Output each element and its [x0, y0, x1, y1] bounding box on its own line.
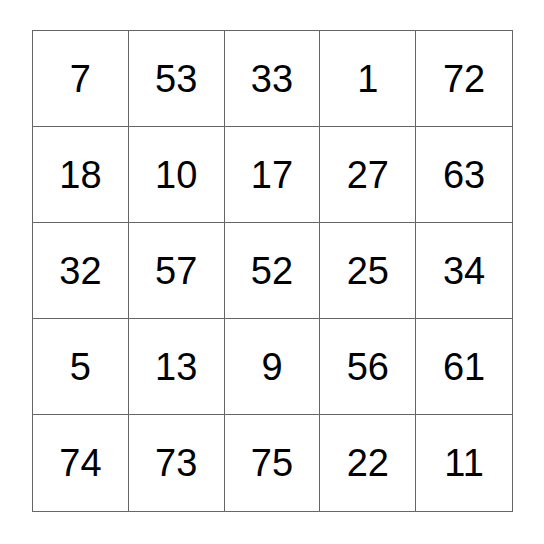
grid-cell-r4c4[interactable]: 56 — [320, 319, 416, 415]
grid-cell-r3c2[interactable]: 57 — [129, 223, 225, 319]
grid-cell-r2c1[interactable]: 18 — [33, 127, 129, 223]
grid-cell-r1c5[interactable]: 72 — [416, 31, 512, 127]
grid-cell-r1c2[interactable]: 53 — [129, 31, 225, 127]
grid-cell-r2c3[interactable]: 17 — [225, 127, 321, 223]
grid-cell-r5c1[interactable]: 74 — [33, 415, 129, 511]
grid-cell-r4c3[interactable]: 9 — [225, 319, 321, 415]
grid-cell-r1c3[interactable]: 33 — [225, 31, 321, 127]
grid-cell-r2c5[interactable]: 63 — [416, 127, 512, 223]
grid-cell-r4c1[interactable]: 5 — [33, 319, 129, 415]
grid-cell-r3c1[interactable]: 32 — [33, 223, 129, 319]
grid-cell-r4c2[interactable]: 13 — [129, 319, 225, 415]
bingo-grid: 7533317218101727633257522534513956617473… — [33, 31, 512, 511]
grid-cell-r3c5[interactable]: 34 — [416, 223, 512, 319]
grid-cell-r5c5[interactable]: 11 — [416, 415, 512, 511]
grid-cell-r2c2[interactable]: 10 — [129, 127, 225, 223]
grid-cell-r5c2[interactable]: 73 — [129, 415, 225, 511]
grid-cell-r2c4[interactable]: 27 — [320, 127, 416, 223]
grid-cell-r1c1[interactable]: 7 — [33, 31, 129, 127]
grid-cell-r5c4[interactable]: 22 — [320, 415, 416, 511]
bingo-card: 7533317218101727633257522534513956617473… — [32, 30, 513, 512]
grid-cell-r1c4[interactable]: 1 — [320, 31, 416, 127]
grid-cell-r5c3[interactable]: 75 — [225, 415, 321, 511]
grid-cell-r3c4[interactable]: 25 — [320, 223, 416, 319]
grid-cell-r3c3[interactable]: 52 — [225, 223, 321, 319]
grid-cell-r4c5[interactable]: 61 — [416, 319, 512, 415]
